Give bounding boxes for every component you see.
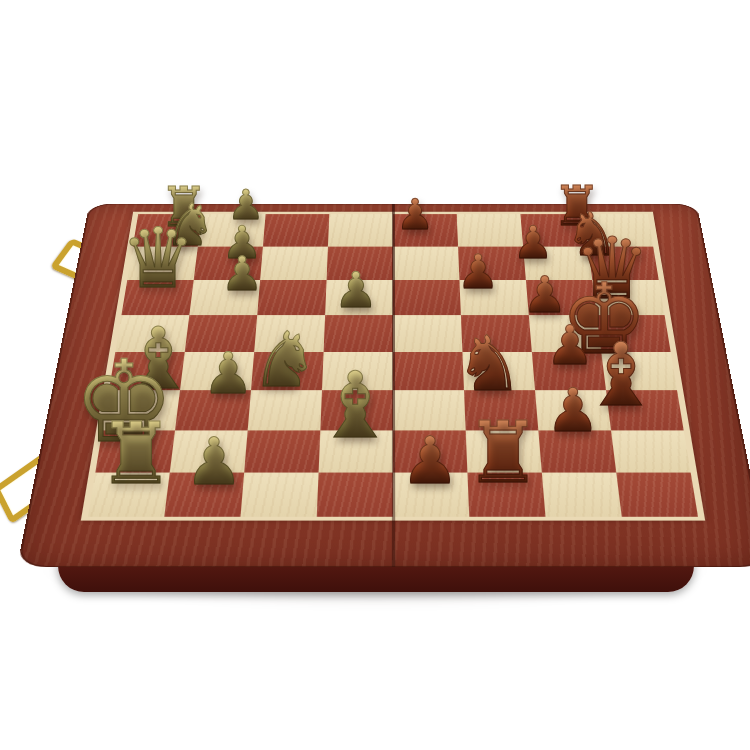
square-e7[interactable] — [393, 247, 459, 281]
piece-bronze-pawn-b3[interactable]: ♟ — [202, 345, 253, 402]
pieces-layer: ♟♜♜♟♞♞♟♟♟♛♟♛♟♟♚♟♞♝♞♟♝♟♝♚♟♜♜♟ — [0, 0, 750, 750]
square-d5[interactable] — [324, 315, 393, 352]
square-e5[interactable] — [393, 315, 462, 352]
piece-copper-pawn-g7[interactable]: ♟ — [513, 220, 553, 265]
square-c6[interactable] — [257, 280, 326, 315]
square-c1[interactable] — [241, 473, 319, 517]
square-e6[interactable] — [393, 280, 461, 315]
piece-bronze-pawn-d5[interactable]: ♟ — [334, 266, 378, 315]
piece-copper-pawn-e8[interactable]: ♟ — [396, 194, 434, 236]
square-g1[interactable] — [542, 473, 622, 517]
product-photo-scene: ♟♜♜♟♞♞♟♟♟♛♟♛♟♟♚♟♞♝♞♟♝♟♝♚♟♜♜♟ — [0, 0, 750, 750]
square-d1[interactable] — [317, 473, 393, 517]
piece-copper-rook-f1[interactable]: ♜ — [465, 410, 541, 495]
piece-bronze-pawn-b1[interactable]: ♟ — [185, 429, 243, 494]
piece-bronze-knight-c3[interactable]: ♞ — [251, 322, 319, 398]
square-d8[interactable] — [328, 214, 393, 246]
square-e4[interactable] — [393, 352, 464, 390]
piece-bronze-rook-a1[interactable]: ♜ — [98, 411, 174, 496]
square-c2[interactable] — [244, 430, 320, 472]
piece-bronze-pawn-b6[interactable]: ♟ — [221, 250, 263, 297]
piece-bronze-bishop-d2[interactable]: ♝ — [314, 360, 396, 451]
piece-bronze-queen-a6[interactable]: ♛ — [121, 217, 195, 300]
piece-copper-knight-f3[interactable]: ♞ — [455, 326, 523, 402]
piece-copper-pawn-f6[interactable]: ♟ — [457, 248, 499, 295]
square-c7[interactable] — [260, 247, 328, 281]
square-c8[interactable] — [263, 214, 329, 246]
piece-copper-pawn-e1[interactable]: ♟ — [401, 428, 459, 493]
piece-copper-pawn-g2[interactable]: ♟ — [546, 380, 600, 440]
square-h1[interactable] — [616, 473, 698, 517]
square-h2[interactable] — [611, 430, 691, 472]
